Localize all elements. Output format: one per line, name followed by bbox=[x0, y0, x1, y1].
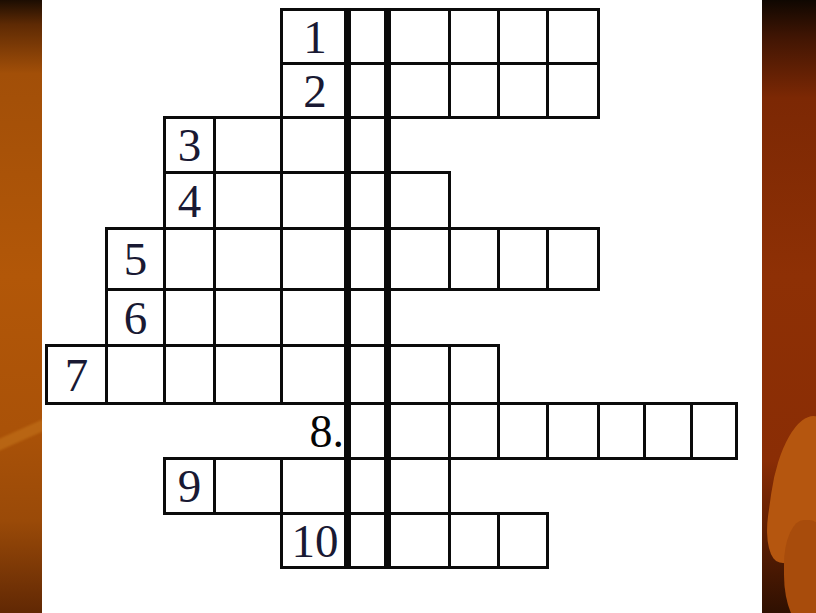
slide: 12345678.910 bbox=[0, 0, 816, 613]
crossword-cell-r2c5 bbox=[280, 62, 350, 119]
crossword-cell-r7c3 bbox=[163, 344, 216, 405]
crossword-cell-r8c12 bbox=[643, 402, 693, 460]
crossword-cell-r4c5 bbox=[280, 171, 350, 230]
crossword-cell-r5c5 bbox=[280, 227, 350, 291]
crossword-cell-r6c4 bbox=[213, 288, 283, 347]
crossword-cell-r6c2 bbox=[105, 288, 166, 347]
crossword-cell-r1c5 bbox=[280, 8, 350, 65]
crossword-cell-r5c10 bbox=[546, 227, 600, 291]
crossword-cell-r3c5 bbox=[280, 116, 350, 174]
crossword-cell-r10c7 bbox=[387, 512, 451, 569]
crossword-cell-r8c8 bbox=[448, 402, 500, 460]
crossword-cell-r2c9 bbox=[497, 62, 549, 119]
crossword-cell-r1c10 bbox=[546, 8, 600, 65]
crossword-cell-r7c7 bbox=[387, 344, 451, 405]
crossword-cell-r7c4 bbox=[213, 344, 283, 405]
crossword-cell-r4c7 bbox=[387, 171, 451, 230]
crossword-cell-r5c3 bbox=[163, 227, 216, 291]
keyword-column-left-line bbox=[344, 8, 351, 569]
crossword-board: 12345678.910 bbox=[0, 0, 816, 613]
crossword-cell-r9c4 bbox=[213, 457, 283, 515]
crossword-cell-r7c8 bbox=[448, 344, 500, 405]
keyword-column-right-line bbox=[384, 8, 391, 569]
crossword-cell-r8c11 bbox=[597, 402, 646, 460]
crossword-cell-r8c9 bbox=[497, 402, 549, 460]
crossword-cell-r1c8 bbox=[448, 8, 500, 65]
crossword-cell-r1c9 bbox=[497, 8, 549, 65]
crossword-cell-r5c2 bbox=[105, 227, 166, 291]
crossword-cell-r8c10 bbox=[546, 402, 600, 460]
crossword-cell-r3c3 bbox=[163, 116, 216, 174]
crossword-cell-r9c3 bbox=[163, 457, 216, 515]
crossword-cell-r4c4 bbox=[213, 171, 283, 230]
crossword-cell-r1c7 bbox=[387, 8, 451, 65]
crossword-cell-r8c7 bbox=[387, 402, 451, 460]
crossword-cell-r6c5 bbox=[280, 288, 350, 347]
crossword-cell-r10c8 bbox=[448, 512, 500, 569]
crossword-cell-r5c8 bbox=[448, 227, 500, 291]
crossword-cell-r2c7 bbox=[387, 62, 451, 119]
crossword-cell-r5c7 bbox=[387, 227, 451, 291]
crossword-cell-r4c3 bbox=[163, 171, 216, 230]
crossword-cell-r10c9 bbox=[497, 512, 549, 569]
clue-number-8-outside: 8. bbox=[280, 402, 347, 460]
crossword-cell-r7c1 bbox=[45, 344, 108, 405]
crossword-cell-r2c10 bbox=[546, 62, 600, 119]
crossword-cell-r10c5 bbox=[280, 512, 350, 569]
crossword-cell-r5c9 bbox=[497, 227, 549, 291]
crossword-cell-r2c8 bbox=[448, 62, 500, 119]
crossword-cell-r9c7 bbox=[387, 457, 451, 515]
crossword-cell-r7c5 bbox=[280, 344, 350, 405]
crossword-cell-r9c5 bbox=[280, 457, 350, 515]
crossword-cell-r5c4 bbox=[213, 227, 283, 291]
crossword-cell-r3c4 bbox=[213, 116, 283, 174]
crossword-cell-r7c2 bbox=[105, 344, 166, 405]
crossword-cell-r8c13 bbox=[690, 402, 738, 460]
crossword-cell-r6c3 bbox=[163, 288, 216, 347]
